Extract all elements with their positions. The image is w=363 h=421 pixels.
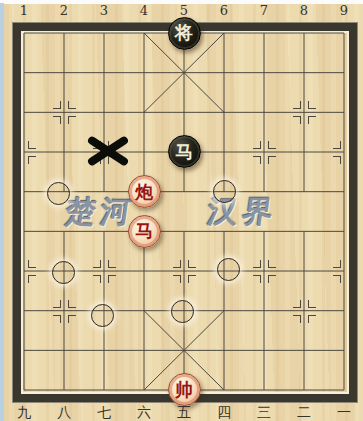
point-marker-bracket <box>108 260 116 268</box>
point-marker-bracket <box>28 275 36 283</box>
point-marker-bracket <box>268 156 276 164</box>
move-hint-circle[interactable] <box>91 304 114 327</box>
board-point-5-1[interactable] <box>164 53 204 93</box>
board-point-1-4[interactable] <box>4 172 44 212</box>
file-label-top-2: 2 <box>51 3 77 18</box>
point-marker-bracket <box>93 260 101 268</box>
board-point-9-6[interactable] <box>324 251 363 291</box>
point-marker-bracket <box>188 260 196 268</box>
point-marker-bracket <box>308 300 316 308</box>
board-point-7-0[interactable] <box>244 13 284 53</box>
point-marker-bracket <box>53 101 61 109</box>
board-point-4-7[interactable] <box>124 291 164 331</box>
board-point-9-0[interactable] <box>324 13 363 53</box>
move-hint-circle[interactable] <box>217 258 240 281</box>
board-point-1-8[interactable] <box>4 330 44 370</box>
board-point-7-1[interactable] <box>244 53 284 93</box>
point-marker-bracket <box>333 141 341 149</box>
board-point-2-5[interactable] <box>44 211 84 251</box>
board-point-7-7[interactable] <box>244 291 284 331</box>
point-marker-bracket <box>253 260 261 268</box>
board-point-7-3[interactable] <box>244 132 284 172</box>
board-point-1-6[interactable] <box>4 251 44 291</box>
point-marker-bracket <box>93 275 101 283</box>
point-marker-bracket <box>333 275 341 283</box>
board-point-4-6[interactable] <box>124 251 164 291</box>
board-point-1-2[interactable] <box>4 93 44 133</box>
file-label-top-7: 7 <box>251 3 277 18</box>
point-marker-bracket <box>293 300 301 308</box>
board-point-2-7[interactable] <box>44 291 84 331</box>
board-point-9-1[interactable] <box>324 53 363 93</box>
piece-character: 马 <box>135 222 153 240</box>
board-point-1-0[interactable] <box>4 13 44 53</box>
board-point-9-3[interactable] <box>324 132 363 172</box>
board-point-9-2[interactable] <box>324 93 363 133</box>
board-point-5-3[interactable]: 马 <box>164 132 204 172</box>
point-marker-bracket <box>268 260 276 268</box>
point-marker-bracket <box>173 275 181 283</box>
board-point-7-4[interactable] <box>244 172 284 212</box>
board-point-3-2[interactable] <box>84 93 124 133</box>
board-point-2-1[interactable] <box>44 53 84 93</box>
point-marker-bracket <box>253 156 261 164</box>
board-point-2-6[interactable] <box>44 251 84 291</box>
blocked-move-x-mark <box>85 128 131 174</box>
board-point-3-6[interactable] <box>84 251 124 291</box>
board-point-5-4[interactable] <box>164 172 204 212</box>
file-label-top-5: 5 <box>171 3 197 18</box>
black-horse-piece[interactable]: 马 <box>168 135 201 168</box>
file-label-bottom-6: 四 <box>211 404 237 421</box>
point-marker-bracket <box>28 260 36 268</box>
move-hint-circle[interactable] <box>47 182 70 205</box>
board-point-1-7[interactable] <box>4 291 44 331</box>
point-marker-bracket <box>68 300 76 308</box>
file-label-bottom-7: 三 <box>251 404 277 421</box>
move-hint-circle[interactable] <box>213 180 236 203</box>
board-point-6-1[interactable] <box>204 53 244 93</box>
board-point-6-7[interactable] <box>204 291 244 331</box>
move-hint-circle[interactable] <box>171 300 194 323</box>
red-horse-piece[interactable]: 马 <box>128 215 161 248</box>
board-point-4-4[interactable]: 炮 <box>124 172 164 212</box>
black-general-piece[interactable]: 将 <box>168 17 201 50</box>
point-marker-bracket <box>108 275 116 283</box>
board-point-2-3[interactable] <box>44 132 84 172</box>
board-point-2-2[interactable] <box>44 93 84 133</box>
board-point-4-1[interactable] <box>124 53 164 93</box>
file-label-bottom-9: 一 <box>331 404 357 421</box>
board-grid: 将马炮马帅 <box>4 13 363 410</box>
board-point-8-1[interactable] <box>284 53 324 93</box>
board-area: 楚河 汉界 将马炮马帅 123456789九八七六五四三二一 <box>0 0 363 421</box>
board-point-7-2[interactable] <box>244 93 284 133</box>
board-point-8-2[interactable] <box>284 93 324 133</box>
board-point-1-1[interactable] <box>4 53 44 93</box>
piece-character: 炮 <box>135 183 153 201</box>
board-point-1-3[interactable] <box>4 132 44 172</box>
board-point-5-2[interactable] <box>164 93 204 133</box>
point-marker-bracket <box>293 315 301 323</box>
board-point-4-8[interactable] <box>124 330 164 370</box>
board-point-3-4[interactable] <box>84 172 124 212</box>
board-point-8-8[interactable] <box>284 330 324 370</box>
point-marker-bracket <box>293 116 301 124</box>
point-marker-bracket <box>333 156 341 164</box>
file-label-top-1: 1 <box>11 3 37 18</box>
file-label-top-8: 8 <box>291 3 317 18</box>
point-marker-bracket <box>28 141 36 149</box>
board-point-2-4[interactable] <box>44 172 84 212</box>
board-point-8-5[interactable] <box>284 211 324 251</box>
window-edge-top <box>0 0 363 4</box>
board-point-7-5[interactable] <box>244 211 284 251</box>
file-label-top-6: 6 <box>211 3 237 18</box>
board-point-2-8[interactable] <box>44 330 84 370</box>
board-point-3-3[interactable] <box>84 132 124 172</box>
board-point-5-8[interactable] <box>164 330 204 370</box>
board-point-9-7[interactable] <box>324 291 363 331</box>
point-marker-bracket <box>293 101 301 109</box>
board-point-7-8[interactable] <box>244 330 284 370</box>
point-marker-bracket <box>188 275 196 283</box>
board-point-6-0[interactable] <box>204 13 244 53</box>
file-label-top-4: 4 <box>131 3 157 18</box>
piece-character: 帅 <box>175 381 193 399</box>
point-marker-bracket <box>53 315 61 323</box>
point-marker-bracket <box>308 315 316 323</box>
board-point-7-6[interactable] <box>244 251 284 291</box>
point-marker-bracket <box>333 260 341 268</box>
point-marker-bracket <box>173 260 181 268</box>
board-point-6-2[interactable] <box>204 93 244 133</box>
board-point-5-6[interactable] <box>164 251 204 291</box>
board-point-4-5[interactable]: 马 <box>124 211 164 251</box>
board-point-1-5[interactable] <box>4 211 44 251</box>
board-point-4-0[interactable] <box>124 13 164 53</box>
board-point-6-6[interactable] <box>204 251 244 291</box>
red-general-piece[interactable]: 帅 <box>168 373 201 406</box>
board-point-8-3[interactable] <box>284 132 324 172</box>
point-marker-bracket <box>268 141 276 149</box>
file-label-bottom-5: 五 <box>171 404 197 421</box>
point-marker-bracket <box>28 156 36 164</box>
board-point-4-2[interactable] <box>124 93 164 133</box>
board-point-6-5[interactable] <box>204 211 244 251</box>
point-marker-bracket <box>53 300 61 308</box>
board-point-3-1[interactable] <box>84 53 124 93</box>
point-marker-bracket <box>308 116 316 124</box>
board-point-5-0[interactable]: 将 <box>164 13 204 53</box>
file-label-top-9: 9 <box>331 3 357 18</box>
point-marker-bracket <box>53 116 61 124</box>
board-point-6-4[interactable] <box>204 172 244 212</box>
board-point-6-3[interactable] <box>204 132 244 172</box>
point-marker-bracket <box>68 116 76 124</box>
red-cannon-piece[interactable]: 炮 <box>128 175 161 208</box>
board-point-8-4[interactable] <box>284 172 324 212</box>
board-point-8-6[interactable] <box>284 251 324 291</box>
point-marker-bracket <box>253 275 261 283</box>
board-point-3-8[interactable] <box>84 330 124 370</box>
point-marker-bracket <box>68 101 76 109</box>
board-point-6-8[interactable] <box>204 330 244 370</box>
file-label-bottom-4: 六 <box>131 404 157 421</box>
board-point-5-5[interactable] <box>164 211 204 251</box>
board-point-8-7[interactable] <box>284 291 324 331</box>
board-point-3-7[interactable] <box>84 291 124 331</box>
file-label-bottom-1: 九 <box>11 404 37 421</box>
board-point-3-0[interactable] <box>84 13 124 53</box>
window-edge-left <box>0 3 4 421</box>
board-point-9-5[interactable] <box>324 211 363 251</box>
board-point-9-4[interactable] <box>324 172 363 212</box>
point-marker-bracket <box>68 315 76 323</box>
file-label-bottom-8: 二 <box>291 404 317 421</box>
board-point-5-7[interactable] <box>164 291 204 331</box>
board-point-3-5[interactable] <box>84 211 124 251</box>
file-label-bottom-3: 七 <box>91 404 117 421</box>
point-marker-bracket <box>308 101 316 109</box>
move-hint-circle[interactable] <box>52 261 75 284</box>
point-marker-bracket <box>268 275 276 283</box>
piece-character: 马 <box>175 143 193 161</box>
board-point-2-0[interactable] <box>44 13 84 53</box>
file-label-top-3: 3 <box>91 3 117 18</box>
board-point-8-0[interactable] <box>284 13 324 53</box>
board-point-9-8[interactable] <box>324 330 363 370</box>
point-marker-bracket <box>253 141 261 149</box>
piece-character: 将 <box>175 24 193 42</box>
file-label-bottom-2: 八 <box>51 404 77 421</box>
